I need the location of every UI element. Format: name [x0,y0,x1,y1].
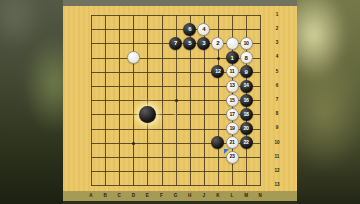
video-frame[interactable]: 6475321018121191314151617181920212223+ A… [0,0,360,204]
stone-move-number: 1 [230,55,233,61]
stone-move-number: 9 [245,69,248,75]
row-label-2: 2 [272,27,282,32]
star-point [217,57,220,60]
stone-move-number: 17 [229,112,234,117]
stone-move-number: 16 [244,98,249,103]
stone-move-number: 12 [215,69,220,74]
grid-horizontal-line [91,15,261,16]
stone-move-number: 13 [229,83,234,88]
stone-move-number: 8 [245,55,248,61]
stone-move-number: 4 [202,26,205,32]
row-label-5: 5 [272,70,282,75]
go-stone-H2: 6 [183,23,196,36]
column-label-G: G [171,194,181,199]
go-stone-H3: 5 [183,37,196,50]
star-point [175,99,178,102]
video-top-strip [63,0,297,6]
column-label-D: D [128,194,138,199]
row-label-1: 1 [272,13,282,18]
video-bottom-strip [63,201,297,204]
ghost-hint-marker: + [173,111,177,118]
blur-background-right [297,0,360,204]
stone-move-number: 10 [244,41,249,46]
go-stone-L10: 21 [226,136,239,149]
column-label-H: H [185,194,195,199]
go-stone-M8: 18 [240,108,253,121]
row-label-13: 13 [272,183,282,188]
go-stone-L4: 1 [226,51,239,64]
blue-corner-marker [224,149,229,154]
go-stone-M10: 22 [240,136,253,149]
column-label-F: F [157,194,167,199]
stone-move-number: 14 [244,83,249,88]
row-label-10: 10 [272,141,282,146]
go-stone-L9: 19 [226,122,239,135]
row-label-6: 6 [272,84,282,89]
column-label-J: J [199,194,209,199]
go-stone-M5: 9 [240,65,253,78]
column-label-K: K [213,194,223,199]
go-board-video-area[interactable]: 6475321018121191314151617181920212223+ A… [63,0,297,204]
go-stone-L7: 15 [226,94,239,107]
stone-move-number: 7 [174,40,177,46]
go-stone-D4 [127,51,140,64]
column-label-N: N [255,194,265,199]
column-label-B: B [100,194,110,199]
row-label-7: 7 [272,98,282,103]
go-stone-J2: 4 [197,23,210,36]
column-label-E: E [142,194,152,199]
stone-move-number: 2 [216,40,219,46]
grid-horizontal-line [91,171,261,172]
row-label-12: 12 [272,169,282,174]
stone-move-number: 22 [244,140,249,145]
column-label-C: C [114,194,124,199]
go-stone-L8: 17 [226,108,239,121]
stone-move-number: 15 [229,98,234,103]
stone-move-number: 18 [244,112,249,117]
go-stone-G3: 7 [169,37,182,50]
go-stone-E8 [139,106,156,123]
stone-move-number: 3 [202,40,205,46]
go-stone-M6: 14 [240,80,253,93]
stone-move-number: 5 [188,40,191,46]
row-label-9: 9 [272,126,282,131]
stone-move-number: 19 [229,126,234,131]
grid-horizontal-line [91,185,261,186]
letterbox-blur-right [297,0,360,204]
blur-background-left [0,0,63,204]
go-stone-L5: 11 [226,65,239,78]
go-stone-L6: 13 [226,80,239,93]
stone-move-number: 23 [229,154,234,159]
column-label-L: L [227,194,237,199]
go-stone-M4: 8 [240,51,253,64]
stone-move-number: 6 [188,26,191,32]
column-label-M: M [241,194,251,199]
row-label-11: 11 [272,155,282,160]
go-stone-M3: 10 [240,37,253,50]
go-stone-M9: 20 [240,122,253,135]
go-stone-M7: 16 [240,94,253,107]
go-stone-L3 [226,37,239,50]
grid-horizontal-line [91,29,261,30]
row-label-3: 3 [272,41,282,46]
row-label-8: 8 [272,112,282,117]
stone-move-number: 20 [244,126,249,131]
stone-move-number: 21 [229,140,234,145]
board-wood-texture [63,0,297,204]
letterbox-blur-left [0,0,63,204]
column-label-A: A [86,194,96,199]
stone-move-number: 11 [230,69,235,74]
row-label-4: 4 [272,55,282,60]
